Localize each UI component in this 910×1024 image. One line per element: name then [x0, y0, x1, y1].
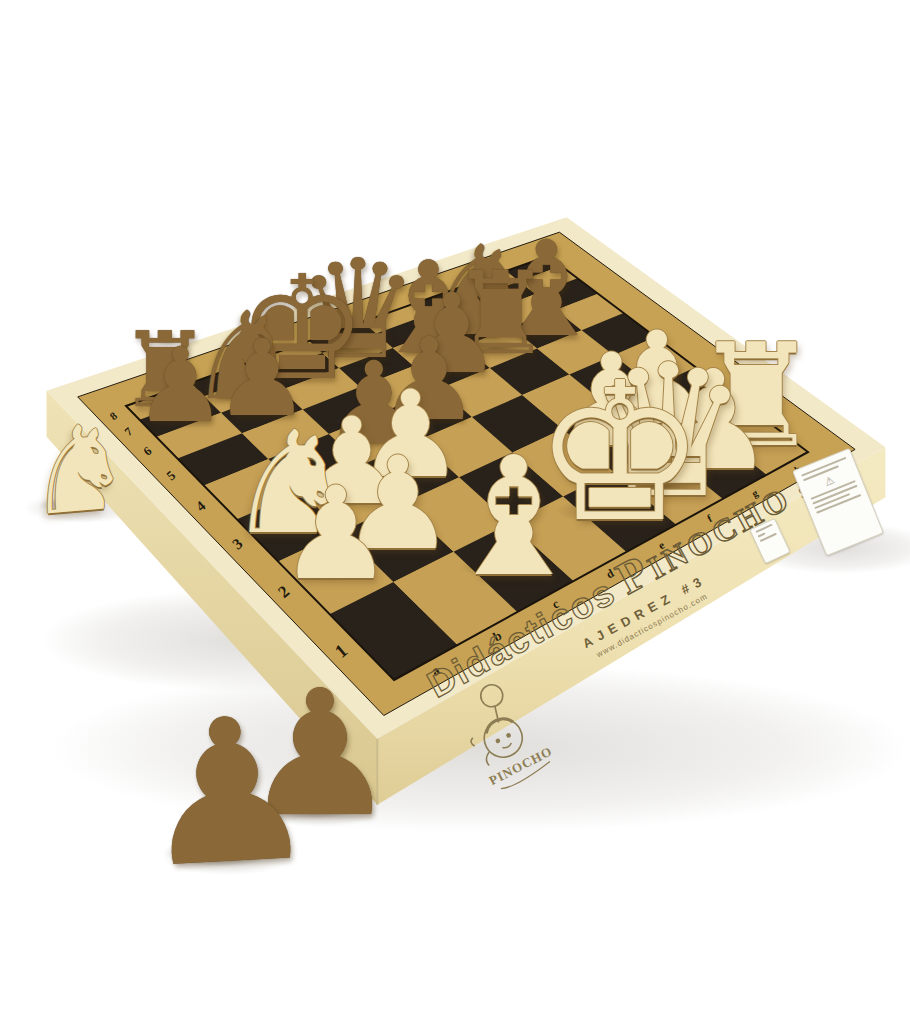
- knight-glyph: ♞: [20, 406, 136, 533]
- bishop-glyph: ♝: [440, 436, 587, 600]
- piece-light-pawn-a2[interactable]: ♟: [278, 470, 393, 598]
- piece-dark-pawn-a7[interactable]: ♟: [134, 334, 226, 437]
- photo-stage: 12345678abcdefgh Didácticos Pinocho S.A.…: [0, 0, 910, 1024]
- pawn-glyph: ♟: [134, 334, 226, 437]
- piece-light-bishop-c1[interactable]: ♝: [440, 436, 587, 600]
- pawn-glyph: ♟: [134, 689, 322, 896]
- piece-light-knight-captured-1[interactable]: ♞: [20, 406, 136, 533]
- piece-dark-pawn-captured-2[interactable]: ♟: [134, 689, 322, 896]
- pawn-glyph: ♟: [278, 470, 393, 598]
